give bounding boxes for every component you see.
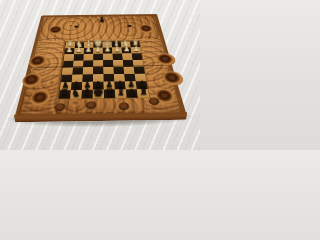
square-e8[interactable]: ♚ [93,90,104,99]
hinge-screw [128,25,132,27]
piece-black-knight[interactable]: ♞ [70,87,81,98]
piece-white-pawn[interactable]: ♟ [93,45,103,55]
chess-grid[interactable]: ♜♞♝♚♛♝♞♜♟♟♟♟♟♟♟♟♟♟♟♟♟♟♟♟♜♞♝♚♛♝♞♜ [58,41,148,98]
square-b2[interactable]: ♟ [121,47,131,53]
piece-black-bishop[interactable]: ♝ [115,87,126,98]
carved-left-wing [20,38,66,115]
piece-black-bishop[interactable]: ♝ [81,87,92,98]
piece-black-knight[interactable]: ♞ [126,87,137,98]
square-g2[interactable]: ♟ [74,48,84,54]
piece-white-pawn[interactable]: ♟ [112,44,122,54]
piece-white-pawn[interactable]: ♟ [103,44,113,54]
square-d8[interactable]: ♛ [104,90,116,99]
piece-white-pawn[interactable]: ♟ [122,44,132,54]
square-g8[interactable]: ♞ [70,90,82,99]
piece-white-pawn[interactable]: ♟ [74,45,84,55]
piece-white-pawn[interactable]: ♟ [84,45,94,55]
board-composition: ♜♞♝♚♛♝♞♜♟♟♟♟♟♟♟♟♟♟♟♟♟♟♟♟♜♞♝♚♛♝♞♜ ♟ [0,0,200,150]
carved-knob [86,101,97,110]
piece-black-king[interactable]: ♚ [93,87,104,98]
square-f5[interactable] [83,67,93,74]
piece-white-pawn[interactable]: ♟ [131,44,141,54]
square-a8[interactable]: ♜ [137,89,150,98]
square-f8[interactable]: ♝ [81,90,92,99]
square-b8[interactable]: ♞ [126,89,138,98]
offboard-pawn-slot: ♟ [98,19,106,24]
square-f2[interactable]: ♟ [84,48,94,54]
square-a2[interactable]: ♟ [131,47,141,53]
square-e2[interactable]: ♟ [93,48,103,54]
piece-black-rook[interactable]: ♜ [59,88,70,99]
square-c2[interactable]: ♟ [112,47,122,53]
piece-black-rook[interactable]: ♜ [138,86,149,97]
square-d2[interactable]: ♟ [103,48,113,54]
piece-black-pawn-offboard[interactable]: ♟ [98,15,107,24]
piece-white-pawn[interactable]: ♟ [65,45,75,55]
square-c8[interactable]: ♝ [115,89,127,98]
board-scene: ♜♞♝♚♛♝♞♜♟♟♟♟♟♟♟♟♟♟♟♟♟♟♟♟♜♞♝♚♛♝♞♜ ♟ [12,0,187,117]
piece-black-queen[interactable]: ♛ [104,87,115,98]
chess-board: ♜♞♝♚♛♝♞♜♟♟♟♟♟♟♟♟♟♟♟♟♟♟♟♟♜♞♝♚♛♝♞♜ ♟ [15,14,187,117]
square-h8[interactable]: ♜ [59,90,71,99]
